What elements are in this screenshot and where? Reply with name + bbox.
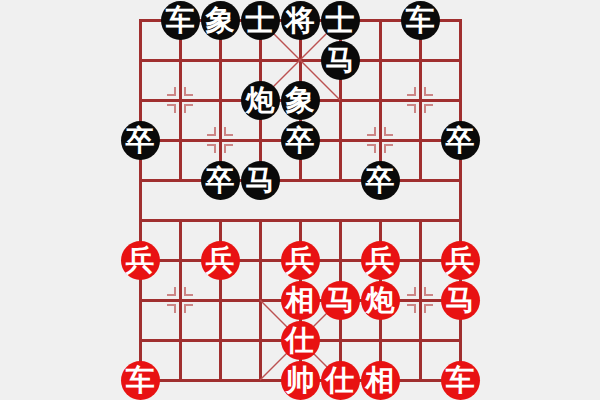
piece-red-general[interactable]: 帅 — [280, 360, 320, 400]
piece-black-soldier[interactable]: 卒 — [280, 120, 320, 160]
piece-black-soldier[interactable]: 卒 — [200, 160, 240, 200]
piece-black-horse[interactable]: 马 — [240, 160, 280, 200]
piece-glyph: 卒 — [281, 121, 320, 160]
piece-glyph: 仕 — [321, 361, 360, 400]
piece-red-chariot[interactable]: 车 — [120, 360, 160, 400]
piece-glyph: 兵 — [361, 241, 400, 280]
xiangqi-board: 车象士将士车马炮象卒卒卒卒马卒兵兵兵兵兵相马炮马仕车帅仕相车 — [0, 0, 600, 400]
piece-glyph: 兵 — [441, 241, 480, 280]
piece-black-cannon[interactable]: 炮 — [240, 80, 280, 120]
piece-glyph: 象 — [281, 81, 320, 120]
piece-glyph: 马 — [321, 41, 360, 80]
piece-red-horse[interactable]: 马 — [320, 280, 360, 320]
piece-glyph: 将 — [281, 1, 320, 40]
piece-black-elephant[interactable]: 象 — [200, 0, 240, 40]
piece-red-elephant[interactable]: 相 — [280, 280, 320, 320]
piece-glyph: 兵 — [201, 241, 240, 280]
piece-glyph: 相 — [281, 281, 320, 320]
piece-glyph: 帅 — [281, 361, 320, 400]
piece-red-soldier[interactable]: 兵 — [200, 240, 240, 280]
piece-glyph: 卒 — [201, 161, 240, 200]
piece-glyph: 兵 — [121, 241, 160, 280]
pieces-layer: 车象士将士车马炮象卒卒卒卒马卒兵兵兵兵兵相马炮马仕车帅仕相车 — [120, 0, 480, 400]
piece-black-advisor[interactable]: 士 — [320, 0, 360, 40]
piece-black-advisor[interactable]: 士 — [240, 0, 280, 40]
piece-black-chariot[interactable]: 车 — [400, 0, 440, 40]
piece-glyph: 兵 — [281, 241, 320, 280]
piece-glyph: 炮 — [241, 81, 280, 120]
piece-glyph: 马 — [241, 161, 280, 200]
piece-glyph: 相 — [361, 361, 400, 400]
piece-glyph: 车 — [401, 1, 440, 40]
piece-glyph: 车 — [441, 361, 480, 400]
piece-red-chariot[interactable]: 车 — [440, 360, 480, 400]
piece-glyph: 马 — [321, 281, 360, 320]
piece-glyph: 卒 — [121, 121, 160, 160]
piece-glyph: 象 — [201, 1, 240, 40]
piece-red-soldier[interactable]: 兵 — [120, 240, 160, 280]
piece-red-horse[interactable]: 马 — [440, 280, 480, 320]
piece-red-soldier[interactable]: 兵 — [360, 240, 400, 280]
piece-red-advisor[interactable]: 仕 — [320, 360, 360, 400]
piece-red-soldier[interactable]: 兵 — [440, 240, 480, 280]
piece-black-horse[interactable]: 马 — [320, 40, 360, 80]
piece-red-cannon[interactable]: 炮 — [360, 280, 400, 320]
piece-black-soldier[interactable]: 卒 — [440, 120, 480, 160]
piece-black-soldier[interactable]: 卒 — [360, 160, 400, 200]
piece-glyph: 仕 — [281, 321, 320, 360]
piece-glyph: 马 — [441, 281, 480, 320]
piece-glyph: 士 — [241, 1, 280, 40]
piece-glyph: 炮 — [361, 281, 400, 320]
piece-glyph: 卒 — [441, 121, 480, 160]
piece-red-soldier[interactable]: 兵 — [280, 240, 320, 280]
piece-glyph: 卒 — [361, 161, 400, 200]
piece-red-advisor[interactable]: 仕 — [280, 320, 320, 360]
piece-black-general[interactable]: 将 — [280, 0, 320, 40]
piece-glyph: 车 — [161, 1, 200, 40]
piece-glyph: 士 — [321, 1, 360, 40]
piece-black-elephant[interactable]: 象 — [280, 80, 320, 120]
piece-black-soldier[interactable]: 卒 — [120, 120, 160, 160]
piece-red-elephant[interactable]: 相 — [360, 360, 400, 400]
piece-glyph: 车 — [121, 361, 160, 400]
piece-black-chariot[interactable]: 车 — [160, 0, 200, 40]
